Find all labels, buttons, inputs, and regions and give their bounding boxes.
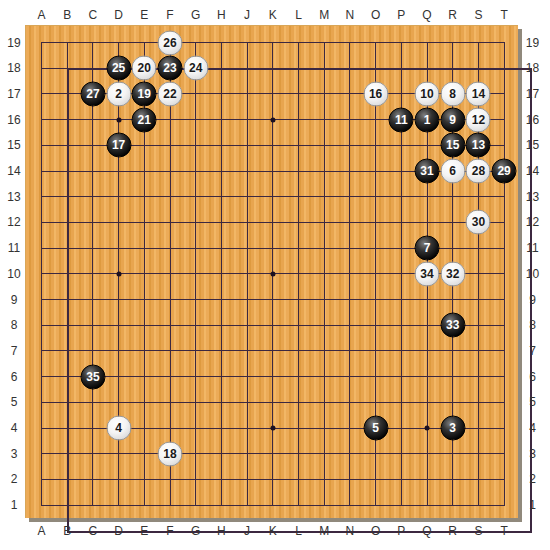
- col-label-bottom-N: N: [346, 524, 355, 538]
- move-number: 19: [138, 81, 151, 106]
- col-label-bottom-H: H: [217, 524, 226, 538]
- stone-white-r14-move-6[interactable]: 6: [440, 159, 465, 184]
- stone-white-o17-move-16[interactable]: 16: [363, 81, 388, 106]
- move-number: 31: [420, 159, 433, 184]
- stone-white-q17-move-10[interactable]: 10: [415, 81, 440, 106]
- move-number: 22: [163, 81, 176, 106]
- row-label-left-19: 19: [7, 36, 20, 50]
- col-label-top-H: H: [217, 8, 226, 22]
- stone-white-s12-move-30[interactable]: 30: [466, 210, 491, 235]
- col-label-bottom-K: K: [269, 524, 277, 538]
- row-label-right-13: 13: [526, 190, 539, 204]
- stone-black-t14-move-29[interactable]: 29: [492, 159, 517, 184]
- row-label-left-4: 4: [11, 421, 18, 435]
- move-number: 16: [369, 81, 382, 106]
- row-label-right-14: 14: [526, 164, 539, 178]
- stone-black-s15-move-13[interactable]: 13: [466, 133, 491, 158]
- col-label-top-L: L: [295, 8, 302, 22]
- star-point-k10: [270, 271, 275, 276]
- grid-line-horizontal-7: [41, 350, 505, 351]
- move-number: 12: [472, 107, 485, 132]
- row-label-left-14: 14: [7, 164, 20, 178]
- grid-line-horizontal-9: [41, 299, 505, 300]
- stone-black-q14-move-31[interactable]: 31: [415, 159, 440, 184]
- move-number: 33: [446, 313, 459, 338]
- row-label-left-18: 18: [7, 61, 20, 75]
- move-number: 7: [424, 236, 431, 261]
- row-label-right-7: 7: [529, 344, 536, 358]
- grid-line-vertical-L: [298, 42, 299, 506]
- col-label-bottom-F: F: [166, 524, 173, 538]
- col-label-bottom-J: J: [244, 524, 250, 538]
- row-label-right-4: 4: [529, 421, 536, 435]
- move-number: 21: [138, 107, 151, 132]
- move-number: 35: [86, 364, 99, 389]
- row-label-left-13: 13: [7, 190, 20, 204]
- row-label-left-3: 3: [11, 447, 18, 461]
- col-label-bottom-T: T: [500, 524, 507, 538]
- move-number: 24: [189, 56, 202, 81]
- col-label-top-F: F: [166, 8, 173, 22]
- col-label-bottom-O: O: [371, 524, 380, 538]
- move-number: 17: [112, 133, 125, 158]
- col-label-bottom-G: G: [191, 524, 200, 538]
- col-label-top-P: P: [397, 8, 405, 22]
- stone-black-o4-move-5[interactable]: 5: [363, 416, 388, 441]
- stone-black-c17-move-27[interactable]: 27: [80, 81, 105, 106]
- move-number: 27: [86, 81, 99, 106]
- row-label-left-6: 6: [11, 370, 18, 384]
- grid-line-horizontal-8: [41, 325, 505, 326]
- col-label-bottom-L: L: [295, 524, 302, 538]
- move-number: 30: [472, 210, 485, 235]
- row-label-left-12: 12: [7, 215, 20, 229]
- col-label-bottom-D: D: [114, 524, 123, 538]
- stone-white-f17-move-22[interactable]: 22: [158, 81, 183, 106]
- col-label-top-E: E: [140, 8, 148, 22]
- move-number: 28: [472, 159, 485, 184]
- stone-black-p16-move-11[interactable]: 11: [389, 107, 414, 132]
- move-number: 29: [497, 159, 510, 184]
- row-label-right-1: 1: [529, 498, 536, 512]
- row-label-left-8: 8: [11, 318, 18, 332]
- col-label-top-G: G: [191, 8, 200, 22]
- stone-white-s14-move-28[interactable]: 28: [466, 159, 491, 184]
- stone-white-f3-move-18[interactable]: 18: [158, 441, 183, 466]
- stone-black-r15-move-15[interactable]: 15: [440, 133, 465, 158]
- grid-line-vertical-M: [324, 42, 325, 506]
- stone-black-q11-move-7[interactable]: 7: [415, 236, 440, 261]
- col-label-top-Q: Q: [422, 8, 431, 22]
- row-label-right-9: 9: [529, 293, 536, 307]
- stone-white-q10-move-34[interactable]: 34: [415, 261, 440, 286]
- row-label-left-16: 16: [7, 113, 20, 127]
- move-number: 20: [138, 56, 151, 81]
- col-label-top-J: J: [244, 8, 250, 22]
- col-label-bottom-S: S: [474, 524, 482, 538]
- grid-line-horizontal-2: [41, 479, 505, 480]
- move-number: 4: [115, 416, 122, 441]
- col-label-top-K: K: [269, 8, 277, 22]
- go-diagram: AABBCCDDEEFFGGHHJJKKLLMMNNOOPPQQRRSSTT19…: [0, 0, 550, 550]
- col-label-top-N: N: [346, 8, 355, 22]
- move-number: 34: [420, 261, 433, 286]
- col-label-bottom-B: B: [63, 524, 71, 538]
- stone-white-d4-move-4[interactable]: 4: [106, 416, 131, 441]
- move-number: 13: [472, 133, 485, 158]
- stone-black-r4-move-3[interactable]: 3: [440, 416, 465, 441]
- row-label-right-5: 5: [529, 395, 536, 409]
- col-label-top-M: M: [319, 8, 329, 22]
- row-label-right-3: 3: [529, 447, 536, 461]
- move-number: 10: [420, 81, 433, 106]
- stone-black-f18-move-23[interactable]: 23: [158, 56, 183, 81]
- star-point-k16: [270, 117, 275, 122]
- row-label-right-19: 19: [526, 36, 539, 50]
- stone-white-f19-move-26[interactable]: 26: [158, 30, 183, 55]
- stone-black-d18-move-25[interactable]: 25: [106, 56, 131, 81]
- row-label-right-16: 16: [526, 113, 539, 127]
- row-label-right-11: 11: [526, 241, 538, 255]
- row-label-left-5: 5: [11, 395, 18, 409]
- row-label-right-12: 12: [526, 215, 539, 229]
- stone-black-e16-move-21[interactable]: 21: [132, 107, 157, 132]
- move-number: 3: [449, 416, 456, 441]
- move-number: 15: [446, 133, 459, 158]
- col-label-top-C: C: [89, 8, 98, 22]
- row-label-left-10: 10: [7, 267, 20, 281]
- row-label-right-10: 10: [526, 267, 539, 281]
- stone-white-d17-move-2[interactable]: 2: [106, 81, 131, 106]
- row-label-left-17: 17: [7, 87, 20, 101]
- star-point-k4: [270, 426, 275, 431]
- col-label-bottom-Q: Q: [422, 524, 431, 538]
- stone-black-c6-move-35[interactable]: 35: [80, 364, 105, 389]
- col-label-top-B: B: [63, 8, 71, 22]
- col-label-bottom-R: R: [448, 524, 457, 538]
- move-number: 8: [449, 81, 456, 106]
- col-label-top-D: D: [114, 8, 123, 22]
- move-number: 18: [163, 441, 176, 466]
- move-number: 32: [446, 261, 459, 286]
- move-number: 1: [424, 107, 431, 132]
- row-label-right-15: 15: [526, 138, 539, 152]
- stone-white-r10-move-32[interactable]: 32: [440, 261, 465, 286]
- stone-black-r8-move-33[interactable]: 33: [440, 313, 465, 338]
- col-label-top-R: R: [448, 8, 457, 22]
- stone-black-d15-move-17[interactable]: 17: [106, 133, 131, 158]
- move-number: 25: [112, 56, 125, 81]
- row-label-right-17: 17: [526, 87, 539, 101]
- stone-black-q16-move-1[interactable]: 1: [415, 107, 440, 132]
- stone-white-s16-move-12[interactable]: 12: [466, 107, 491, 132]
- stone-white-s17-move-14[interactable]: 14: [466, 81, 491, 106]
- col-label-bottom-A: A: [37, 524, 45, 538]
- move-number: 2: [115, 81, 122, 106]
- col-label-bottom-P: P: [397, 524, 405, 538]
- grid-line-vertical-N: [349, 42, 350, 506]
- move-number: 5: [372, 416, 379, 441]
- star-point-d10: [116, 271, 121, 276]
- row-label-right-8: 8: [529, 318, 536, 332]
- move-number: 6: [449, 159, 456, 184]
- stone-white-r17-move-8[interactable]: 8: [440, 81, 465, 106]
- move-number: 9: [449, 107, 456, 132]
- grid-line-vertical-T: [504, 42, 505, 506]
- grid-line-horizontal-6: [41, 376, 505, 377]
- stone-white-e18-move-20[interactable]: 20: [132, 56, 157, 81]
- stone-black-r16-move-9[interactable]: 9: [440, 107, 465, 132]
- row-label-left-11: 11: [8, 241, 20, 255]
- grid-line-horizontal-5: [41, 402, 505, 403]
- col-label-bottom-M: M: [319, 524, 329, 538]
- grid-line-horizontal-1: [41, 505, 505, 506]
- move-number: 26: [163, 30, 176, 55]
- col-label-bottom-E: E: [140, 524, 148, 538]
- row-label-left-2: 2: [11, 472, 18, 486]
- col-label-top-O: O: [371, 8, 380, 22]
- col-label-top-T: T: [500, 8, 507, 22]
- row-label-left-7: 7: [11, 344, 18, 358]
- col-label-top-S: S: [474, 8, 482, 22]
- move-number: 23: [163, 56, 176, 81]
- col-label-bottom-C: C: [89, 524, 98, 538]
- stone-white-g18-move-24[interactable]: 24: [183, 56, 208, 81]
- star-point-q4: [425, 426, 430, 431]
- star-point-d16: [116, 117, 121, 122]
- row-label-left-1: 1: [11, 498, 18, 512]
- move-number: 11: [395, 107, 408, 132]
- row-label-left-9: 9: [11, 293, 18, 307]
- col-label-top-A: A: [37, 8, 45, 22]
- row-label-right-18: 18: [526, 61, 539, 75]
- stone-black-e17-move-19[interactable]: 19: [132, 81, 157, 106]
- row-label-right-2: 2: [529, 472, 536, 486]
- row-label-left-15: 15: [7, 138, 20, 152]
- grid-line-horizontal-3: [41, 453, 505, 454]
- row-label-right-6: 6: [529, 370, 536, 384]
- move-number: 14: [472, 81, 485, 106]
